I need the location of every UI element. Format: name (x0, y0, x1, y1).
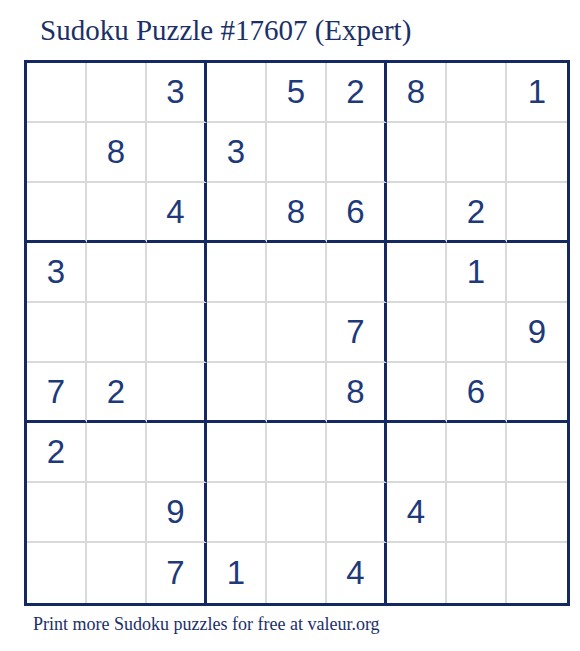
sudoku-cell (147, 303, 207, 363)
sudoku-cell (267, 543, 327, 603)
sudoku-cell (507, 183, 567, 243)
sudoku-cell (87, 543, 147, 603)
sudoku-cell (387, 303, 447, 363)
sudoku-cell: 5 (267, 63, 327, 123)
sudoku-cell (87, 423, 147, 483)
sudoku-cell (147, 123, 207, 183)
sudoku-cell (387, 543, 447, 603)
sudoku-cell: 7 (27, 363, 87, 423)
sudoku-cell: 2 (27, 423, 87, 483)
sudoku-cell (207, 363, 267, 423)
sudoku-cell (507, 363, 567, 423)
sudoku-cell: 8 (327, 363, 387, 423)
sudoku-cell: 9 (147, 483, 207, 543)
sudoku-cell (507, 243, 567, 303)
sudoku-cell: 2 (447, 183, 507, 243)
sudoku-cell: 4 (387, 483, 447, 543)
sudoku-cell (27, 543, 87, 603)
sudoku-page: Sudoku Puzzle #17607 (Expert) 3528183486… (0, 0, 580, 651)
sudoku-cell (27, 183, 87, 243)
sudoku-cell (207, 243, 267, 303)
sudoku-cell (267, 123, 327, 183)
sudoku-cell: 9 (507, 303, 567, 363)
sudoku-cell: 8 (87, 123, 147, 183)
footer-text: Print more Sudoku puzzles for free at va… (33, 614, 380, 635)
sudoku-cell (447, 303, 507, 363)
sudoku-cell (267, 243, 327, 303)
sudoku-board: 3528183486231797286294714 (24, 60, 570, 606)
sudoku-cell: 1 (207, 543, 267, 603)
sudoku-cell: 4 (327, 543, 387, 603)
sudoku-cell (87, 63, 147, 123)
sudoku-cell: 2 (327, 63, 387, 123)
sudoku-cell: 7 (147, 543, 207, 603)
sudoku-cell (387, 123, 447, 183)
sudoku-cell (147, 423, 207, 483)
sudoku-cell (87, 303, 147, 363)
sudoku-cell (207, 303, 267, 363)
sudoku-cell (327, 423, 387, 483)
sudoku-cell (327, 243, 387, 303)
sudoku-cell (327, 483, 387, 543)
sudoku-cell: 8 (387, 63, 447, 123)
sudoku-cell (387, 363, 447, 423)
sudoku-cell (447, 543, 507, 603)
sudoku-cell (207, 483, 267, 543)
sudoku-cell (267, 423, 327, 483)
sudoku-cell (87, 183, 147, 243)
sudoku-cell (387, 243, 447, 303)
sudoku-cell (447, 63, 507, 123)
sudoku-cell: 3 (207, 123, 267, 183)
sudoku-cell: 1 (447, 243, 507, 303)
sudoku-cell (507, 543, 567, 603)
sudoku-cell (267, 363, 327, 423)
sudoku-cell (447, 483, 507, 543)
sudoku-cell (447, 423, 507, 483)
sudoku-cell (387, 183, 447, 243)
sudoku-cell (87, 243, 147, 303)
sudoku-cell (387, 423, 447, 483)
sudoku-cell (27, 123, 87, 183)
sudoku-cell (507, 483, 567, 543)
sudoku-cell: 1 (507, 63, 567, 123)
sudoku-cell: 4 (147, 183, 207, 243)
sudoku-cell: 7 (327, 303, 387, 363)
sudoku-cell (27, 483, 87, 543)
sudoku-cell (507, 423, 567, 483)
sudoku-cell (267, 303, 327, 363)
sudoku-cell (207, 423, 267, 483)
sudoku-cell: 3 (27, 243, 87, 303)
sudoku-cell (447, 123, 507, 183)
sudoku-cell: 3 (147, 63, 207, 123)
sudoku-cell (87, 483, 147, 543)
sudoku-cell: 8 (267, 183, 327, 243)
sudoku-cell (27, 303, 87, 363)
sudoku-cell: 6 (447, 363, 507, 423)
sudoku-cell (147, 363, 207, 423)
sudoku-cell: 6 (327, 183, 387, 243)
page-title: Sudoku Puzzle #17607 (Expert) (40, 14, 411, 47)
sudoku-cell (507, 123, 567, 183)
sudoku-cell (207, 183, 267, 243)
sudoku-cell: 2 (87, 363, 147, 423)
sudoku-cell (267, 483, 327, 543)
sudoku-cell (27, 63, 87, 123)
sudoku-cell (207, 63, 267, 123)
sudoku-cell (147, 243, 207, 303)
sudoku-cell (327, 123, 387, 183)
